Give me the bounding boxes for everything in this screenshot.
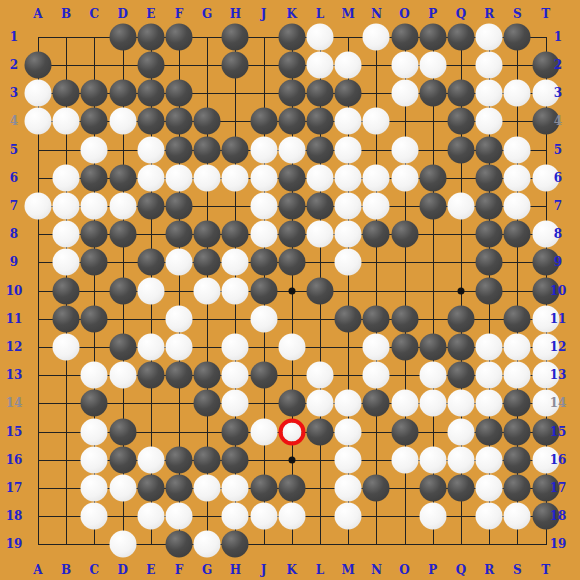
coord-label-top: R [484,7,494,21]
stone-black-Q12[interactable] [448,333,475,360]
stone-black-S11[interactable] [504,305,531,332]
coord-label-bottom: G [202,563,212,577]
stone-white-O14[interactable] [391,390,418,417]
stone-black-J9[interactable] [250,249,277,276]
stone-black-N8[interactable] [363,221,390,248]
stone-white-H14[interactable] [222,390,249,417]
stone-black-B3[interactable] [53,80,80,107]
stone-white-J15[interactable] [250,418,277,445]
stone-white-O3[interactable] [391,80,418,107]
coord-label-left: 16 [6,453,23,467]
coord-label-left: 3 [10,86,18,100]
stone-white-M9[interactable] [335,249,362,276]
stone-white-Q7[interactable] [448,192,475,219]
coord-label-right: 19 [550,537,567,551]
stone-black-E17[interactable] [137,474,164,501]
stone-black-H15[interactable] [222,418,249,445]
stone-black-G13[interactable] [194,362,221,389]
coord-label-left: 18 [6,509,23,523]
stone-white-R17[interactable] [476,474,503,501]
coord-label-right: 5 [554,143,562,157]
stone-black-J17[interactable] [250,474,277,501]
stone-white-G19[interactable] [194,531,221,558]
stone-black-K4[interactable] [278,108,305,135]
coord-label-right: 9 [554,255,562,269]
stone-white-M15[interactable] [335,418,362,445]
stone-white-J18[interactable] [250,503,277,530]
coord-label-top: G [202,7,212,21]
stone-white-A3[interactable] [25,80,52,107]
stone-white-F11[interactable] [166,305,193,332]
stone-black-D15[interactable] [109,418,136,445]
stone-black-F4[interactable] [166,108,193,135]
stone-black-S17[interactable] [504,474,531,501]
stone-white-P16[interactable] [419,446,446,473]
stone-black-F17[interactable] [166,474,193,501]
stone-black-K7[interactable] [278,192,305,219]
coord-label-bottom: T [541,563,550,577]
stone-black-E13[interactable] [137,362,164,389]
stone-white-M7[interactable] [335,192,362,219]
coord-label-left: 1 [10,30,18,44]
stone-black-P17[interactable] [419,474,446,501]
stone-white-S18[interactable] [504,503,531,530]
stone-black-H2[interactable] [222,51,249,78]
coord-label-top: P [428,7,437,21]
stone-white-M18[interactable] [335,503,362,530]
coord-label-left: 5 [10,143,18,157]
stone-white-M8[interactable] [335,221,362,248]
stone-black-G5[interactable] [194,136,221,163]
stone-white-G17[interactable] [194,474,221,501]
stone-black-D1[interactable] [109,23,136,50]
stone-black-H5[interactable] [222,136,249,163]
stone-black-R8[interactable] [476,221,503,248]
stone-white-H9[interactable] [222,249,249,276]
stone-black-G8[interactable] [194,221,221,248]
stone-white-N1[interactable] [363,23,390,50]
stone-white-D7[interactable] [109,192,136,219]
stone-white-C17[interactable] [81,474,108,501]
coord-label-right: 3 [554,86,562,100]
stone-black-D6[interactable] [109,164,136,191]
coord-label-right: 7 [554,199,562,213]
coord-label-left: 8 [10,227,18,241]
stone-black-H1[interactable] [222,23,249,50]
stone-white-D19[interactable] [109,531,136,558]
coord-label-top: L [316,7,324,21]
coord-label-top: Q [456,7,466,21]
coord-label-top: H [230,7,241,21]
stone-black-L4[interactable] [307,108,334,135]
stone-white-R4[interactable] [476,108,503,135]
stone-white-F9[interactable] [166,249,193,276]
stone-white-S5[interactable] [504,136,531,163]
stone-black-O1[interactable] [391,23,418,50]
stone-white-S3[interactable] [504,80,531,107]
coord-label-top: J [261,7,267,21]
stone-black-R9[interactable] [476,249,503,276]
star-point [288,287,295,294]
stone-white-J7[interactable] [250,192,277,219]
stone-white-B9[interactable] [53,249,80,276]
stone-white-P18[interactable] [419,503,446,530]
coord-label-left: 14 [6,396,23,410]
stone-black-C3[interactable] [81,80,108,107]
coord-label-right: 16 [550,453,567,467]
stone-black-F16[interactable] [166,446,193,473]
stone-black-C14[interactable] [81,390,108,417]
stone-white-Q14[interactable] [448,390,475,417]
coord-label-left: 7 [10,199,18,213]
stone-black-R5[interactable] [476,136,503,163]
stone-black-P6[interactable] [419,164,446,191]
coord-label-left: 17 [6,481,23,495]
stone-white-N12[interactable] [363,333,390,360]
coord-label-left: 11 [6,312,23,326]
stone-black-P12[interactable] [419,333,446,360]
stone-white-H6[interactable] [222,164,249,191]
stone-black-R15[interactable] [476,418,503,445]
stone-white-C15[interactable] [81,418,108,445]
coord-label-right: 1 [554,30,562,44]
stone-black-S14[interactable] [504,390,531,417]
stone-black-Q3[interactable] [448,80,475,107]
stone-black-E7[interactable] [137,192,164,219]
stone-white-J5[interactable] [250,136,277,163]
stone-black-E1[interactable] [137,23,164,50]
stone-white-Q16[interactable] [448,446,475,473]
coord-label-bottom: N [371,563,382,577]
stone-white-S13[interactable] [504,362,531,389]
coord-label-right: 17 [550,481,567,495]
coord-label-top: E [146,7,155,21]
coord-label-right: 4 [554,114,562,128]
stone-white-K5[interactable] [278,136,305,163]
coord-label-right: 8 [554,227,562,241]
stone-black-Q17[interactable] [448,474,475,501]
stone-white-E12[interactable] [137,333,164,360]
coord-label-top: N [371,7,382,21]
stone-white-D4[interactable] [109,108,136,135]
stone-black-O15[interactable] [391,418,418,445]
stone-white-O5[interactable] [391,136,418,163]
coord-label-bottom: J [261,563,267,577]
stone-black-Q1[interactable] [448,23,475,50]
stone-black-P1[interactable] [419,23,446,50]
coord-label-left: 2 [10,58,18,72]
stone-black-G9[interactable] [194,249,221,276]
stone-black-F5[interactable] [166,136,193,163]
stone-black-Q5[interactable] [448,136,475,163]
stone-white-E6[interactable] [137,164,164,191]
coord-label-right: 12 [550,340,567,354]
stone-white-C18[interactable] [81,503,108,530]
coord-label-bottom: H [230,563,241,577]
coord-label-bottom: B [61,563,71,577]
stone-white-B8[interactable] [53,221,80,248]
stone-black-O11[interactable] [391,305,418,332]
stone-black-F19[interactable] [166,531,193,558]
coord-label-top: A [33,7,42,21]
stone-black-K17[interactable] [278,474,305,501]
coord-label-left: 4 [10,114,18,128]
coord-label-left: 19 [6,537,23,551]
stone-black-K3[interactable] [278,80,305,107]
stone-white-M16[interactable] [335,446,362,473]
stone-black-M11[interactable] [335,305,362,332]
stone-white-E18[interactable] [137,503,164,530]
stone-white-R16[interactable] [476,446,503,473]
stone-white-E16[interactable] [137,446,164,473]
stone-white-D17[interactable] [109,474,136,501]
stone-white-N7[interactable] [363,192,390,219]
stone-black-J4[interactable] [250,108,277,135]
stone-white-L2[interactable] [307,51,334,78]
coord-label-bottom: Q [456,563,466,577]
stone-black-P7[interactable] [419,192,446,219]
coord-label-right: 13 [550,368,567,382]
stone-white-C13[interactable] [81,362,108,389]
coord-label-left: 12 [6,340,23,354]
stone-black-G16[interactable] [194,446,221,473]
stone-black-R7[interactable] [476,192,503,219]
stone-white-C5[interactable] [81,136,108,163]
stone-white-Q15[interactable] [448,418,475,445]
coord-label-right: 10 [550,284,567,298]
stone-black-R10[interactable] [476,277,503,304]
stone-black-C11[interactable] [81,305,108,332]
stone-white-E5[interactable] [137,136,164,163]
stone-white-F18[interactable] [166,503,193,530]
stone-black-L5[interactable] [307,136,334,163]
coord-label-left: 9 [10,255,18,269]
stone-black-D10[interactable] [109,277,136,304]
stone-black-B11[interactable] [53,305,80,332]
stone-black-D3[interactable] [109,80,136,107]
coord-label-bottom: R [484,563,494,577]
coord-label-top: D [117,7,127,21]
stone-black-J13[interactable] [250,362,277,389]
stone-white-P2[interactable] [419,51,446,78]
coord-label-top: C [90,7,100,21]
stone-white-H12[interactable] [222,333,249,360]
stone-white-O6[interactable] [391,164,418,191]
stone-black-F7[interactable] [166,192,193,219]
stone-white-H10[interactable] [222,277,249,304]
stone-white-S6[interactable] [504,164,531,191]
coord-label-top: F [175,7,184,21]
coord-label-top: O [399,7,409,21]
coord-label-left: 10 [6,284,23,298]
stone-white-J6[interactable] [250,164,277,191]
coord-label-top: K [287,7,297,21]
coord-label-top: M [342,7,355,21]
stone-black-H16[interactable] [222,446,249,473]
coord-label-bottom: M [342,563,355,577]
stone-black-E9[interactable] [137,249,164,276]
stone-white-J11[interactable] [250,305,277,332]
stone-white-B4[interactable] [53,108,80,135]
stone-black-F3[interactable] [166,80,193,107]
stone-black-K8[interactable] [278,221,305,248]
stone-black-K2[interactable] [278,51,305,78]
stone-black-Q11[interactable] [448,305,475,332]
stone-black-S1[interactable] [504,23,531,50]
stone-white-F12[interactable] [166,333,193,360]
stone-black-L3[interactable] [307,80,334,107]
stone-white-C16[interactable] [81,446,108,473]
stone-black-G4[interactable] [194,108,221,135]
stone-black-R6[interactable] [476,164,503,191]
coord-label-bottom: O [399,563,409,577]
coord-label-left: 6 [10,171,18,185]
coord-label-bottom: F [175,563,184,577]
stone-white-K12[interactable] [278,333,305,360]
stone-white-R18[interactable] [476,503,503,530]
stone-white-R14[interactable] [476,390,503,417]
stone-white-J8[interactable] [250,221,277,248]
stone-black-P3[interactable] [419,80,446,107]
stone-white-E10[interactable] [137,277,164,304]
stone-black-A2[interactable] [25,51,52,78]
stone-white-B6[interactable] [53,164,80,191]
stone-black-E2[interactable] [137,51,164,78]
stone-black-O12[interactable] [391,333,418,360]
stone-black-H19[interactable] [222,531,249,558]
stone-black-K14[interactable] [278,390,305,417]
stone-white-G10[interactable] [194,277,221,304]
coord-label-top: S [513,7,522,21]
coord-label-right: 6 [554,171,562,185]
stone-white-G6[interactable] [194,164,221,191]
stone-black-N11[interactable] [363,305,390,332]
stone-white-F6[interactable] [166,164,193,191]
coord-label-left: 15 [6,425,23,439]
stone-white-C7[interactable] [81,192,108,219]
coord-label-bottom: P [428,563,437,577]
coord-label-top: B [61,7,71,21]
stone-black-S15[interactable] [504,418,531,445]
stone-black-S8[interactable] [504,221,531,248]
stone-white-R1[interactable] [476,23,503,50]
stone-white-K18[interactable] [278,503,305,530]
stone-black-J10[interactable] [250,277,277,304]
stone-white-M17[interactable] [335,474,362,501]
stone-white-M14[interactable] [335,390,362,417]
stone-black-C8[interactable] [81,221,108,248]
stone-black-K1[interactable] [278,23,305,50]
go-board-screen: ABCDEFGHJKLMNOPQRSTABCDEFGHJKLMNOPQRST12… [0,0,580,580]
coord-label-right: 15 [550,425,567,439]
stone-white-P13[interactable] [419,362,446,389]
stone-black-M3[interactable] [335,80,362,107]
stone-white-A4[interactable] [25,108,52,135]
stone-black-C9[interactable] [81,249,108,276]
stone-black-K9[interactable] [278,249,305,276]
stone-white-N6[interactable] [363,164,390,191]
stone-white-O16[interactable] [391,446,418,473]
stone-white-H13[interactable] [222,362,249,389]
stone-white-R12[interactable] [476,333,503,360]
stone-black-N14[interactable] [363,390,390,417]
stone-white-L13[interactable] [307,362,334,389]
stone-white-R13[interactable] [476,362,503,389]
coord-label-top: T [541,7,550,21]
coord-label-bottom: D [117,563,127,577]
stone-black-C4[interactable] [81,108,108,135]
stone-white-S12[interactable] [504,333,531,360]
stone-white-M5[interactable] [335,136,362,163]
stone-white-S7[interactable] [504,192,531,219]
stone-black-D8[interactable] [109,221,136,248]
stone-white-M4[interactable] [335,108,362,135]
stone-black-L10[interactable] [307,277,334,304]
stone-black-C6[interactable] [81,164,108,191]
stone-black-F1[interactable] [166,23,193,50]
stone-white-marked-K15[interactable] [278,418,305,445]
coord-label-right: 11 [550,312,567,326]
stone-black-N17[interactable] [363,474,390,501]
coord-label-bottom: A [33,563,42,577]
star-point [458,287,465,294]
stone-white-R3[interactable] [476,80,503,107]
stone-black-O8[interactable] [391,221,418,248]
stone-black-G14[interactable] [194,390,221,417]
stone-white-L6[interactable] [307,164,334,191]
stone-black-E3[interactable] [137,80,164,107]
coord-label-right: 14 [550,396,567,410]
stone-black-D12[interactable] [109,333,136,360]
stone-white-M6[interactable] [335,164,362,191]
stone-white-L1[interactable] [307,23,334,50]
stone-black-Q13[interactable] [448,362,475,389]
coord-label-bottom: L [316,563,324,577]
coord-label-bottom: K [287,563,297,577]
stone-white-N4[interactable] [363,108,390,135]
stone-white-O2[interactable] [391,51,418,78]
stone-black-D16[interactable] [109,446,136,473]
stone-black-F8[interactable] [166,221,193,248]
coord-label-bottom: C [90,563,100,577]
stone-white-B7[interactable] [53,192,80,219]
stone-white-R2[interactable] [476,51,503,78]
stone-black-F13[interactable] [166,362,193,389]
coord-label-left: 13 [6,368,23,382]
star-point [288,456,295,463]
stone-white-B12[interactable] [53,333,80,360]
stone-black-B10[interactable] [53,277,80,304]
stone-white-L8[interactable] [307,221,334,248]
stone-white-H18[interactable] [222,503,249,530]
stone-black-L15[interactable] [307,418,334,445]
coord-label-right: 18 [550,509,567,523]
stone-black-L7[interactable] [307,192,334,219]
stone-white-M2[interactable] [335,51,362,78]
stone-white-D13[interactable] [109,362,136,389]
stone-black-H8[interactable] [222,221,249,248]
stone-black-Q4[interactable] [448,108,475,135]
coord-label-right: 2 [554,58,562,72]
stone-black-K6[interactable] [278,164,305,191]
stone-white-A7[interactable] [25,192,52,219]
stone-black-E4[interactable] [137,108,164,135]
stone-white-N13[interactable] [363,362,390,389]
stone-black-S16[interactable] [504,446,531,473]
stone-white-H17[interactable] [222,474,249,501]
stone-white-P14[interactable] [419,390,446,417]
stone-white-L14[interactable] [307,390,334,417]
